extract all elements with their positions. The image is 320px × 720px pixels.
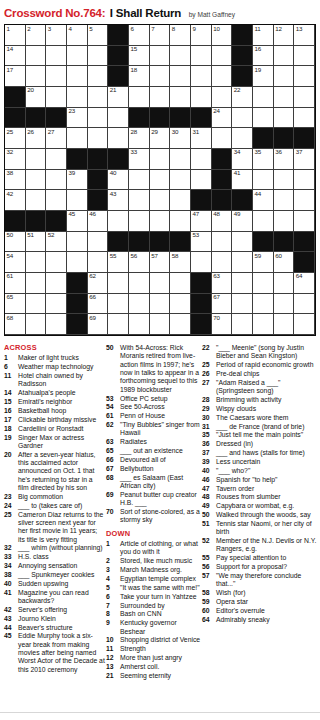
cell-number: 52 (48, 232, 54, 239)
grid-cell[interactable]: 30 (170, 128, 191, 149)
cell-number: 61 (7, 273, 13, 280)
clue-number: 62 (106, 421, 114, 429)
grid-cell[interactable] (67, 128, 88, 149)
clue-item: 64Admirably sneaky (202, 616, 319, 624)
clue-number: 26 (202, 370, 210, 378)
grid-cell[interactable] (46, 46, 67, 67)
grid-cell[interactable]: 22 (232, 87, 253, 108)
grid-cell[interactable] (232, 252, 253, 273)
black-cell (170, 232, 191, 253)
grid-cell[interactable]: 58 (170, 252, 191, 273)
grid-cell[interactable]: 56 (129, 252, 150, 273)
grid-cell[interactable] (129, 211, 150, 232)
grid-cell[interactable]: 61 (5, 273, 26, 294)
grid-cell[interactable] (294, 170, 315, 191)
clue-text: After a seven-year hiatus, this acclaime… (18, 451, 95, 491)
clue-item: 56Support for a proposal? (202, 563, 319, 571)
grid-cell[interactable] (46, 252, 67, 273)
grid-cell[interactable]: 17 (5, 66, 26, 87)
black-cell (232, 190, 253, 211)
grid-cell[interactable] (274, 294, 295, 315)
grid-cell[interactable]: 50 (5, 232, 26, 253)
grid-cell[interactable] (170, 46, 191, 67)
clue-text: "___ Meenie" (song by Justin Bieber and … (216, 344, 304, 359)
grid-cell[interactable] (294, 190, 315, 211)
clue-number: 12 (106, 654, 114, 662)
black-cell (129, 232, 150, 253)
grid-cell[interactable]: 2 (26, 25, 47, 46)
grid-cell[interactable] (88, 66, 109, 87)
grid-cell[interactable] (191, 252, 212, 273)
grid-cell[interactable] (88, 128, 109, 149)
grid-cell[interactable] (26, 314, 47, 335)
grid-cell[interactable]: 43 (108, 190, 129, 211)
grid-cell[interactable] (46, 149, 67, 170)
grid-cell[interactable]: 38 (5, 170, 26, 191)
clue-text: Tavern order (216, 485, 254, 492)
cell-number: 16 (254, 46, 260, 53)
clue-number: 37 (202, 449, 210, 457)
clue-column-3: 22"___ Meenie" (song by Justin Bieber an… (202, 344, 319, 625)
grid-cell[interactable]: 31 (191, 128, 212, 149)
grid-cell[interactable] (294, 314, 315, 335)
grid-cell[interactable] (253, 211, 274, 232)
clue-number: 25 (202, 361, 210, 369)
grid-cell[interactable]: 9 (191, 25, 212, 46)
black-cell (108, 25, 129, 46)
grid-cell[interactable] (294, 87, 315, 108)
grid-cell[interactable] (67, 232, 88, 253)
grid-cell[interactable]: 65 (5, 294, 26, 315)
grid-cell[interactable] (150, 170, 171, 191)
grid-cell[interactable] (191, 66, 212, 87)
black-cell (108, 149, 129, 170)
grid-cell[interactable]: 29 (150, 128, 171, 149)
grid-cell[interactable] (170, 149, 191, 170)
clue-text: "Tiny Bubbles" singer from Hawaii (120, 421, 200, 436)
grid-cell[interactable] (26, 190, 47, 211)
clue-number: 36 (202, 440, 210, 448)
grid-cell[interactable]: 64 (294, 273, 315, 294)
grid-cell[interactable] (26, 252, 47, 273)
grid-cell[interactable] (150, 87, 171, 108)
clue-item: 40Sudden upswing (4, 580, 105, 588)
cell-number: 18 (130, 67, 136, 74)
cell-number: 56 (130, 253, 136, 260)
grid-cell[interactable] (108, 108, 129, 129)
grid-cell[interactable] (274, 46, 295, 67)
grid-cell[interactable] (67, 46, 88, 67)
clue-item: 46Spanish for "to help" (202, 476, 319, 484)
cell-number: 3 (48, 26, 51, 33)
grid-cell[interactable]: 62 (88, 273, 109, 294)
grid-cell[interactable] (26, 46, 47, 67)
clue-item: 19Singer Max or actress Gardner (4, 434, 105, 451)
clue-item: 52Member of the N.J. Devils or N.Y. Rang… (202, 537, 319, 554)
grid-cell[interactable]: 70 (212, 314, 233, 335)
grid-cell[interactable] (212, 46, 233, 67)
grid-cell[interactable]: 54 (5, 252, 26, 273)
grid-cell[interactable] (129, 190, 150, 211)
cell-number: 17 (7, 67, 13, 74)
grid-cell[interactable] (191, 46, 212, 67)
cell-number: 28 (130, 129, 136, 136)
clue-text: Pre-deal chips (216, 370, 259, 377)
grid-cell[interactable] (274, 108, 295, 129)
clue-item: 58Wish (for) (202, 589, 319, 597)
grid-cell[interactable]: 60 (274, 252, 295, 273)
clue-number: 46 (202, 476, 210, 484)
grid-cell[interactable] (129, 314, 150, 335)
grid-cell[interactable] (108, 211, 129, 232)
grid-cell[interactable] (46, 314, 67, 335)
clue-number: 5 (106, 584, 110, 592)
grid-cell[interactable]: 63 (212, 273, 233, 294)
cell-number: 5 (89, 26, 92, 33)
grid-cell[interactable]: 34 (232, 149, 253, 170)
grid-cell[interactable]: 48 (212, 211, 233, 232)
grid-cell[interactable]: 44 (253, 190, 274, 211)
grid-cell[interactable]: 46 (88, 211, 109, 232)
clue-text: Weather map technology (18, 363, 93, 370)
grid-cell[interactable] (274, 190, 295, 211)
grid-cell[interactable]: 67 (212, 294, 233, 315)
grid-cell[interactable]: 68 (5, 314, 26, 335)
grid-cell[interactable] (46, 294, 67, 315)
grid-cell[interactable] (191, 170, 212, 191)
clue-text: Atahualpa's people (18, 389, 76, 396)
grid-cell[interactable]: 27 (46, 128, 67, 149)
clue-number: 61 (106, 412, 114, 420)
clue-item: 61Penn of House (106, 412, 202, 420)
grid-cell[interactable]: 40 (108, 170, 129, 191)
grid-cell[interactable]: 6 (129, 25, 150, 46)
grid-cell[interactable] (67, 66, 88, 87)
clue-number: 6 (4, 363, 8, 371)
grid-cell[interactable] (88, 87, 109, 108)
grid-cell[interactable]: 20 (26, 87, 47, 108)
black-cell (88, 190, 109, 211)
cell-number: 55 (110, 253, 116, 260)
clue-item: 12More than just angry (106, 654, 202, 662)
clue-text: ___ out an existence (120, 447, 183, 454)
grid-cell[interactable] (108, 273, 129, 294)
grid-cell[interactable] (212, 232, 233, 253)
grid-cell[interactable] (108, 294, 129, 315)
grid-cell[interactable]: 8 (170, 25, 191, 46)
grid-cell[interactable] (170, 170, 191, 191)
grid-cell[interactable] (170, 211, 191, 232)
grid-cell[interactable]: 18 (129, 66, 150, 87)
grid-cell[interactable] (129, 294, 150, 315)
clue-text: "Just tell me the main points" (216, 431, 303, 438)
clue-number: 58 (202, 589, 210, 597)
grid-cell[interactable]: 47 (191, 211, 212, 232)
grid-cell[interactable] (253, 87, 274, 108)
black-cell (129, 108, 150, 129)
clue-text: H.S. class (18, 553, 49, 560)
grid-cell[interactable]: 7 (150, 25, 171, 46)
black-cell (46, 108, 67, 129)
clue-item: 57"We may therefore conclude that..." (202, 572, 319, 589)
clue-text: Support for a proposal? (216, 563, 287, 570)
black-cell (108, 66, 129, 87)
grid-cell[interactable] (212, 128, 233, 149)
grid-cell[interactable] (26, 149, 47, 170)
grid-cell[interactable] (26, 66, 47, 87)
grid-cell[interactable] (294, 211, 315, 232)
grid-cell[interactable] (46, 190, 67, 211)
grid-cell[interactable]: 12 (274, 25, 295, 46)
grid-cell[interactable] (150, 149, 171, 170)
clue-number: 53 (106, 395, 114, 403)
grid-cell[interactable]: 19 (253, 66, 274, 87)
grid-cell[interactable] (253, 314, 274, 335)
grid-cell[interactable] (170, 190, 191, 211)
clue-item: 14Atahualpa's people (4, 389, 105, 397)
grid-cell[interactable]: 57 (150, 252, 171, 273)
cell-number: 46 (89, 211, 95, 218)
clue-item: 26Pre-deal chips (202, 370, 319, 378)
grid-cell[interactable] (150, 46, 171, 67)
grid-cell[interactable] (274, 87, 295, 108)
grid-cell[interactable] (274, 211, 295, 232)
clue-number: 11 (106, 645, 113, 653)
grid-cell[interactable] (150, 211, 171, 232)
grid-cell[interactable]: 4 (67, 25, 88, 46)
grid-cell[interactable]: 37 (294, 149, 315, 170)
grid-cell[interactable] (232, 108, 253, 129)
grid-cell[interactable]: 35 (253, 149, 274, 170)
grid-cell[interactable]: 26 (26, 128, 47, 149)
page-title: I Shall Return (110, 7, 181, 19)
clue-item: 40"___ who?" (202, 467, 319, 475)
clue-text: Surrounded by (120, 602, 165, 609)
clue-text: Eddie Murphy took a six-year break from … (18, 632, 105, 672)
grid-cell[interactable]: 52 (46, 232, 67, 253)
grid-cell[interactable] (170, 66, 191, 87)
black-cell (67, 314, 88, 335)
clue-text: Cameron Diaz returns to the silver scree… (18, 511, 103, 543)
grid-cell[interactable] (67, 190, 88, 211)
clue-number: 21 (106, 672, 114, 680)
grid-cell[interactable] (170, 314, 191, 335)
cell-number: 8 (172, 26, 175, 33)
clue-item: 34Annoying sensation (4, 562, 105, 570)
clue-item: 23Big commotion (4, 493, 105, 501)
clue-item: 30The Caesars wore them (202, 414, 319, 422)
black-cell (253, 128, 274, 149)
black-cell (26, 108, 47, 129)
grid-cell[interactable]: 49 (232, 211, 253, 232)
grid-cell[interactable]: 23 (67, 108, 88, 129)
grid-cell[interactable] (274, 314, 295, 335)
clue-text: Kentucky governor Beshear (120, 619, 177, 634)
grid-cell[interactable] (129, 87, 150, 108)
grid-cell[interactable] (212, 66, 233, 87)
cell-number: 64 (296, 273, 302, 280)
grid-cell[interactable] (26, 294, 47, 315)
clue-number: 6 (106, 593, 110, 601)
grid-cell[interactable] (170, 273, 191, 294)
cell-number: 14 (7, 46, 13, 53)
grid-cell[interactable] (191, 149, 212, 170)
grid-cell[interactable] (26, 170, 47, 191)
grid-cell[interactable] (108, 128, 129, 149)
grid-cell[interactable]: 41 (232, 170, 253, 191)
grid-cell[interactable] (108, 314, 129, 335)
clue-item: 54See 50-Across (106, 403, 202, 411)
clue-item: 60Editor's overrule (202, 607, 319, 615)
grid-cell[interactable]: 33 (129, 149, 150, 170)
grid-cell[interactable]: 53 (191, 232, 212, 253)
grid-cell[interactable]: 11 (253, 25, 274, 46)
grid-cell[interactable]: 1 (5, 25, 26, 46)
cell-number: 41 (234, 170, 240, 177)
clue-text: Bellybutton (120, 465, 154, 472)
cell-number: 15 (130, 46, 136, 53)
clue-text: Sort of stone-colored, as a stormy sky (120, 508, 200, 523)
cell-number: 38 (7, 170, 13, 177)
grid-cell[interactable]: 51 (26, 232, 47, 253)
grid-cell[interactable] (150, 294, 171, 315)
grid-cell[interactable] (150, 314, 171, 335)
grid-cell[interactable]: 36 (274, 149, 295, 170)
grid-cell[interactable] (88, 232, 109, 253)
clue-item: 43Journo Klein (4, 615, 105, 623)
grid-cell[interactable] (129, 273, 150, 294)
clue-text: ___ de France (brand of brie) (216, 423, 304, 430)
cell-number: 49 (234, 211, 240, 218)
clue-text: Beaver's structure (18, 624, 73, 631)
grid-cell[interactable]: 28 (129, 128, 150, 149)
clue-text: ___ to (takes care of) (18, 502, 82, 509)
grid-cell[interactable] (274, 66, 295, 87)
grid-cell[interactable] (150, 66, 171, 87)
clue-text: Admirably sneaky (216, 616, 270, 623)
grid-cell[interactable]: 21 (108, 87, 129, 108)
grid-cell[interactable] (150, 190, 171, 211)
clue-text: Emirati's neighbor (18, 398, 72, 405)
clue-number: 33 (4, 553, 12, 561)
grid-cell[interactable]: 39 (67, 170, 88, 191)
grid-cell[interactable] (191, 87, 212, 108)
clue-number: 57 (202, 572, 210, 580)
clue-number: 64 (202, 616, 210, 624)
clue-number: 40 (202, 467, 210, 475)
grid-cell[interactable] (253, 170, 274, 191)
black-cell (170, 108, 191, 129)
clue-number: 38 (4, 571, 12, 579)
clue-text: Wish (for) (216, 589, 245, 596)
grid-cell[interactable] (294, 294, 315, 315)
clue-item: 55Pay special attention to (202, 554, 319, 562)
grid-cell[interactable] (150, 273, 171, 294)
clue-number: 1 (4, 354, 8, 362)
clue-item: 63Radiates (106, 438, 202, 446)
clue-item: 25Period of rapid economic growth (202, 361, 319, 369)
clue-number: 28 (202, 396, 210, 404)
grid-cell[interactable] (232, 232, 253, 253)
grid-cell[interactable]: 10 (212, 25, 233, 46)
grid-cell[interactable]: 14 (5, 46, 26, 67)
grid-cell[interactable] (274, 170, 295, 191)
clue-item: 38___ Spunkmeyer cookies (4, 571, 105, 579)
black-cell (150, 232, 171, 253)
grid-cell[interactable]: 45 (67, 211, 88, 232)
grid-cell[interactable] (129, 170, 150, 191)
grid-cell[interactable] (88, 108, 109, 129)
clue-number: 30 (202, 414, 210, 422)
grid-cell[interactable] (88, 252, 109, 273)
black-cell (274, 232, 295, 253)
grid-cell[interactable] (67, 252, 88, 273)
cell-number: 22 (234, 87, 240, 94)
grid-cell[interactable] (294, 66, 315, 87)
grid-cell[interactable] (46, 170, 67, 191)
clue-number: 51 (202, 520, 210, 528)
clue-number: 41 (4, 589, 12, 597)
cell-number: 39 (68, 170, 74, 177)
clue-item: 48Rouses from slumber (202, 493, 319, 501)
grid-cell[interactable]: 59 (253, 252, 274, 273)
cell-number: 53 (192, 232, 198, 239)
clue-item: 15Emirati's neighbor (4, 398, 105, 406)
grid-cell[interactable] (253, 294, 274, 315)
grid-cell[interactable]: 3 (46, 25, 67, 46)
grid-cell[interactable]: 25 (5, 128, 26, 149)
grid-cell[interactable] (46, 66, 67, 87)
clue-number: 32 (4, 544, 12, 552)
grid-cell[interactable] (253, 273, 274, 294)
grid-cell[interactable] (46, 273, 67, 294)
grid-cell[interactable]: 69 (88, 314, 109, 335)
grid-cell[interactable] (26, 273, 47, 294)
clue-number: 47 (202, 485, 210, 493)
grid-cell[interactable]: 32 (5, 149, 26, 170)
grid-cell[interactable] (253, 108, 274, 129)
grid-cell[interactable]: 66 (88, 294, 109, 315)
grid-cell[interactable] (212, 252, 233, 273)
grid-cell[interactable]: 16 (253, 46, 274, 67)
grid-cell[interactable] (232, 128, 253, 149)
grid-cell[interactable]: 13 (294, 25, 315, 46)
clue-number: 24 (4, 502, 12, 510)
grid-cell[interactable] (232, 273, 253, 294)
grid-cell[interactable] (170, 294, 191, 315)
grid-cell[interactable] (294, 46, 315, 67)
clue-number: 7 (106, 602, 110, 610)
grid-cell[interactable] (232, 294, 253, 315)
grid-cell[interactable] (88, 46, 109, 67)
grid-cell[interactable]: 24 (212, 108, 233, 129)
cell-number: 67 (213, 294, 219, 301)
grid-cell[interactable]: 15 (129, 46, 150, 67)
clue-text: Period of rapid economic growth (216, 361, 313, 368)
grid-cell[interactable] (232, 314, 253, 335)
grid-cell[interactable] (170, 87, 191, 108)
grid-cell[interactable]: 5 (88, 25, 109, 46)
clue-item: 31___ de France (brand of brie) (202, 423, 319, 431)
grid-cell[interactable] (67, 87, 88, 108)
grid-cell[interactable]: 55 (108, 252, 129, 273)
grid-cell[interactable] (212, 87, 233, 108)
cell-number: 34 (234, 149, 240, 156)
grid-cell[interactable] (46, 87, 67, 108)
grid-cell[interactable]: 42 (5, 190, 26, 211)
grid-cell[interactable] (294, 108, 315, 129)
grid-cell[interactable] (274, 273, 295, 294)
